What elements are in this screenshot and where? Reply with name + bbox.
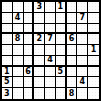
cell-r5c5[interactable]	[45, 45, 56, 56]
given-digit: 1	[57, 3, 63, 11]
cell-r1c3[interactable]	[24, 2, 35, 13]
cell-r8c8[interactable]: 4	[77, 77, 88, 88]
cell-r4c2[interactable]: 8	[13, 34, 24, 45]
cell-r4c4[interactable]: 2	[34, 34, 45, 45]
cell-r5c7[interactable]	[67, 45, 78, 56]
cell-r9c8[interactable]	[77, 88, 88, 99]
cell-r7c7[interactable]	[67, 67, 78, 78]
cell-r8c1[interactable]: 5	[2, 77, 13, 88]
cell-r4c8[interactable]	[77, 34, 88, 45]
cell-r3c5[interactable]	[45, 24, 56, 35]
cell-r1c4[interactable]: 3	[34, 2, 45, 13]
cell-r8c7[interactable]	[67, 77, 78, 88]
cell-r1c5[interactable]	[45, 2, 56, 13]
cell-r1c1[interactable]	[2, 2, 13, 13]
given-digit: 7	[80, 14, 86, 22]
given-digit: 8	[69, 90, 75, 98]
cell-r4c3[interactable]	[24, 34, 35, 45]
cell-r6c2[interactable]	[13, 56, 24, 67]
cell-r7c8[interactable]	[77, 67, 88, 78]
given-digit: 8	[15, 35, 21, 43]
cell-r9c2[interactable]	[13, 88, 24, 99]
cell-r3c9[interactable]	[88, 24, 99, 35]
cell-r1c7[interactable]	[67, 2, 78, 13]
given-digit: 4	[47, 56, 53, 64]
cell-r7c5[interactable]	[45, 67, 56, 78]
cell-r6c1[interactable]	[2, 56, 13, 67]
cell-r3c6[interactable]	[56, 24, 67, 35]
cell-r7c1[interactable]: 1	[2, 67, 13, 78]
given-digit: 1	[91, 46, 97, 54]
cell-r6c5[interactable]: 4	[45, 56, 56, 67]
cell-r5c9[interactable]: 1	[88, 45, 99, 56]
cell-r8c4[interactable]	[34, 77, 45, 88]
cell-r9c7[interactable]: 8	[67, 88, 78, 99]
cell-r5c1[interactable]	[2, 45, 13, 56]
cell-r4c9[interactable]	[88, 34, 99, 45]
sudoku-board: 31478276141655438	[0, 0, 101, 101]
cell-r6c4[interactable]	[34, 56, 45, 67]
cell-r8c3[interactable]	[24, 77, 35, 88]
cell-r1c8[interactable]	[77, 2, 88, 13]
cell-r3c8[interactable]	[77, 24, 88, 35]
given-digit: 6	[69, 35, 75, 43]
cell-r7c9[interactable]	[88, 67, 99, 78]
cell-r4c1[interactable]	[2, 34, 13, 45]
cell-r6c8[interactable]	[77, 56, 88, 67]
cell-r3c1[interactable]	[2, 24, 13, 35]
cell-r7c4[interactable]	[34, 67, 45, 78]
cell-r6c6[interactable]	[56, 56, 67, 67]
cell-r2c6[interactable]	[56, 13, 67, 24]
cell-r3c2[interactable]	[13, 24, 24, 35]
given-digit: 4	[80, 78, 86, 86]
cell-r9c4[interactable]	[34, 88, 45, 99]
cell-r1c9[interactable]	[88, 2, 99, 13]
cell-r5c8[interactable]	[77, 45, 88, 56]
given-digit: 6	[25, 68, 31, 76]
cell-r8c6[interactable]	[56, 77, 67, 88]
cell-r2c2[interactable]: 4	[13, 13, 24, 24]
cell-r8c9[interactable]	[88, 77, 99, 88]
cell-r4c6[interactable]	[56, 34, 67, 45]
cell-r5c6[interactable]	[56, 45, 67, 56]
given-digit: 3	[4, 90, 10, 98]
cell-r5c2[interactable]	[13, 45, 24, 56]
given-digit: 5	[4, 78, 10, 86]
cell-r2c8[interactable]: 7	[77, 13, 88, 24]
cell-r3c4[interactable]	[34, 24, 45, 35]
cell-r6c7[interactable]	[67, 56, 78, 67]
cell-r2c3[interactable]	[24, 13, 35, 24]
given-digit: 5	[57, 68, 63, 76]
cell-r9c3[interactable]	[24, 88, 35, 99]
cell-r1c6[interactable]: 1	[56, 2, 67, 13]
given-digit: 4	[15, 14, 21, 22]
given-digit: 2	[36, 35, 42, 43]
cell-r3c3[interactable]	[24, 24, 35, 35]
cell-r6c9[interactable]	[88, 56, 99, 67]
cell-r7c2[interactable]	[13, 67, 24, 78]
cell-r2c9[interactable]	[88, 13, 99, 24]
cell-r3c7[interactable]	[67, 24, 78, 35]
cell-r8c5[interactable]	[45, 77, 56, 88]
given-digit: 3	[36, 3, 42, 11]
cell-r1c2[interactable]	[13, 2, 24, 13]
cell-r4c5[interactable]: 7	[45, 34, 56, 45]
cell-r6c3[interactable]	[24, 56, 35, 67]
cell-r8c2[interactable]	[13, 77, 24, 88]
given-digit: 1	[4, 68, 10, 76]
cell-r7c3[interactable]: 6	[24, 67, 35, 78]
cell-r5c4[interactable]	[34, 45, 45, 56]
cell-r2c1[interactable]	[2, 13, 13, 24]
cell-r9c1[interactable]: 3	[2, 88, 13, 99]
cell-r2c7[interactable]	[67, 13, 78, 24]
cell-r5c3[interactable]	[24, 45, 35, 56]
cell-r9c6[interactable]	[56, 88, 67, 99]
cell-r2c4[interactable]	[34, 13, 45, 24]
cell-r4c7[interactable]: 6	[67, 34, 78, 45]
cell-r9c9[interactable]	[88, 88, 99, 99]
given-digit: 7	[47, 35, 53, 43]
cell-r2c5[interactable]	[45, 13, 56, 24]
cell-r7c6[interactable]: 5	[56, 67, 67, 78]
cell-r9c5[interactable]	[45, 88, 56, 99]
